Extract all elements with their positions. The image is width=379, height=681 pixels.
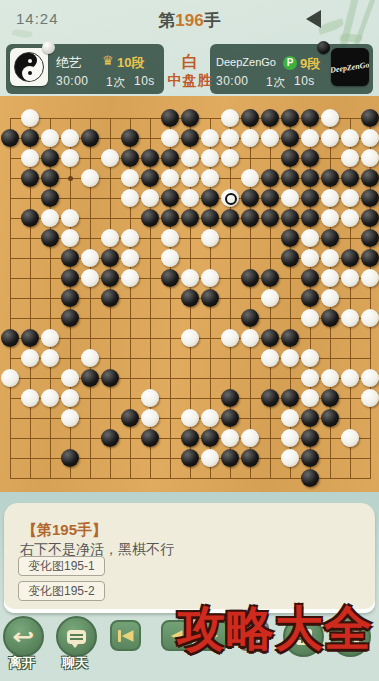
black-stone <box>261 109 279 127</box>
black-stone <box>201 189 219 207</box>
white-stone <box>241 429 259 447</box>
black-stone <box>341 169 359 187</box>
chat-button[interactable] <box>56 616 97 657</box>
white-stone <box>41 389 59 407</box>
leave-label: 离开 <box>9 654 35 672</box>
white-stone <box>181 409 199 427</box>
white-stone <box>81 169 99 187</box>
player-right-main-time: 30:00 <box>216 74 249 88</box>
black-stone <box>301 449 319 467</box>
result-color: 白 <box>164 52 216 73</box>
white-stone <box>321 189 339 207</box>
black-stone <box>241 269 259 287</box>
comment-title: 【第195手】 <box>22 521 107 540</box>
black-stone <box>261 189 279 207</box>
black-stone <box>281 329 299 347</box>
deepzengo-logo: DeepZenGo <box>331 60 369 74</box>
player-left-name: 绝艺 <box>56 54 82 72</box>
avatar-left-yinyang <box>10 48 48 86</box>
white-stone <box>21 389 39 407</box>
white-stone <box>141 189 159 207</box>
white-stone <box>341 129 359 147</box>
player-left-period-time: 10s <box>134 74 155 88</box>
black-stone <box>241 189 259 207</box>
black-stone <box>341 249 359 267</box>
black-stone <box>221 409 239 427</box>
black-stone <box>301 409 319 427</box>
black-stone <box>61 269 79 287</box>
chat-bubble-icon <box>67 630 86 644</box>
player-right-periods: 1次 <box>266 74 286 91</box>
white-stone <box>61 229 79 247</box>
white-stone <box>261 289 279 307</box>
white-stone <box>341 309 359 327</box>
white-stone <box>181 149 199 167</box>
white-stone <box>321 109 339 127</box>
black-stone <box>161 209 179 227</box>
black-stone <box>301 269 319 287</box>
black-stone <box>161 149 179 167</box>
white-stone <box>321 269 339 287</box>
black-stone <box>301 109 319 127</box>
leave-button[interactable]: ↩ <box>3 616 44 657</box>
black-stone <box>81 369 99 387</box>
black-stone <box>41 229 59 247</box>
white-stone <box>161 169 179 187</box>
player-right-period-time: 10s <box>294 74 315 88</box>
white-stone <box>301 369 319 387</box>
black-stone <box>161 109 179 127</box>
black-stone <box>101 249 119 267</box>
result-outcome: 中盘胜 <box>164 72 216 90</box>
back-arrow-icon: ↩ <box>12 624 34 649</box>
black-stone <box>261 329 279 347</box>
black-stone <box>321 389 339 407</box>
skip-to-start-button[interactable]: ◀ <box>110 620 141 651</box>
white-stone <box>221 429 239 447</box>
white-stone <box>361 269 379 287</box>
white-stone <box>221 149 239 167</box>
variation-button-1[interactable]: 变化图195-1 <box>18 556 105 576</box>
black-stone <box>181 209 199 227</box>
black-stone <box>21 329 39 347</box>
white-stone <box>21 349 39 367</box>
white-stone <box>81 349 99 367</box>
white-stone <box>181 329 199 347</box>
black-stone <box>261 389 279 407</box>
black-stone <box>101 289 119 307</box>
white-stone <box>101 229 119 247</box>
white-stone <box>201 409 219 427</box>
black-stone <box>221 449 239 467</box>
white-stone <box>41 129 59 147</box>
black-stone <box>301 149 319 167</box>
player-left-main-time: 30:00 <box>56 74 89 88</box>
white-stone <box>321 289 339 307</box>
white-stone <box>321 369 339 387</box>
black-stone <box>361 189 379 207</box>
white-stone <box>201 449 219 467</box>
black-stone <box>181 449 199 467</box>
white-stone <box>81 269 99 287</box>
page-title: 第196手 <box>0 9 379 32</box>
black-stone <box>161 269 179 287</box>
black-stone <box>301 429 319 447</box>
black-stone <box>261 269 279 287</box>
white-stone <box>161 249 179 267</box>
watermark: 攻略大全 <box>177 597 373 661</box>
black-stone <box>281 209 299 227</box>
white-stone <box>341 189 359 207</box>
white-stone <box>1 369 19 387</box>
black-stone <box>1 129 19 147</box>
black-stone <box>61 449 79 467</box>
white-stone <box>341 209 359 227</box>
black-stone <box>221 209 239 227</box>
black-stone <box>281 249 299 267</box>
player-right-name: DeepZenGo <box>216 56 276 68</box>
white-stone <box>141 389 159 407</box>
white-stone <box>361 149 379 167</box>
app-screen: 14:24 第196手 绝艺 ♛ 10段 30:00 1次 10s 白 中盘胜 … <box>0 0 379 681</box>
white-stone <box>121 269 139 287</box>
black-stone <box>141 429 159 447</box>
black-stone <box>301 209 319 227</box>
black-stone-indicator-icon <box>317 41 330 54</box>
white-stone <box>361 309 379 327</box>
black-stone <box>321 409 339 427</box>
white-stone <box>301 129 319 147</box>
first-move-icon: ◀ <box>122 628 134 643</box>
black-stone <box>141 149 159 167</box>
black-stone <box>41 189 59 207</box>
white-stone <box>121 229 139 247</box>
black-stone <box>241 309 259 327</box>
player-left-rank: 10段 <box>117 54 144 72</box>
black-stone <box>61 309 79 327</box>
black-stone <box>241 449 259 467</box>
black-stone <box>141 169 159 187</box>
black-stone <box>301 189 319 207</box>
black-stone <box>21 169 39 187</box>
white-stone <box>361 129 379 147</box>
white-stone <box>241 169 259 187</box>
white-stone <box>321 129 339 147</box>
black-stone <box>321 169 339 187</box>
black-stone <box>281 389 299 407</box>
player-left-periods: 1次 <box>106 74 126 91</box>
black-stone <box>361 109 379 127</box>
black-stone <box>281 149 299 167</box>
white-stone <box>221 129 239 147</box>
black-stone <box>221 389 239 407</box>
white-stone <box>161 229 179 247</box>
p-badge-icon: P <box>283 56 297 70</box>
white-stone <box>121 249 139 267</box>
black-stone <box>361 209 379 227</box>
white-stone <box>321 209 339 227</box>
black-stone <box>281 229 299 247</box>
white-stone <box>321 249 339 267</box>
black-stone <box>121 409 139 427</box>
black-stone <box>241 209 259 227</box>
black-stone <box>101 269 119 287</box>
white-stone <box>301 229 319 247</box>
black-stone <box>101 369 119 387</box>
white-stone <box>301 389 319 407</box>
black-stone <box>201 429 219 447</box>
white-stone <box>201 169 219 187</box>
black-stone <box>281 169 299 187</box>
white-stone <box>61 389 79 407</box>
white-stone <box>341 149 359 167</box>
black-stone <box>181 289 199 307</box>
white-stone <box>301 349 319 367</box>
white-stone <box>101 149 119 167</box>
black-stone <box>101 429 119 447</box>
black-stone <box>141 209 159 227</box>
white-stone <box>21 109 39 127</box>
white-stone <box>41 349 59 367</box>
black-stone <box>21 129 39 147</box>
white-stone <box>301 249 319 267</box>
black-stone <box>321 229 339 247</box>
white-stone <box>281 189 299 207</box>
black-stone <box>61 289 79 307</box>
black-stone <box>301 289 319 307</box>
go-board[interactable] <box>0 96 379 492</box>
black-stone <box>241 109 259 127</box>
white-stone <box>341 369 359 387</box>
black-stone <box>361 229 379 247</box>
star-point <box>68 176 73 181</box>
white-stone <box>261 349 279 367</box>
white-stone <box>201 269 219 287</box>
white-stone <box>341 429 359 447</box>
white-stone <box>181 169 199 187</box>
white-stone <box>181 189 199 207</box>
white-stone-indicator-icon <box>42 41 55 54</box>
black-stone <box>201 289 219 307</box>
white-stone <box>201 149 219 167</box>
white-stone <box>61 209 79 227</box>
white-stone <box>301 309 319 327</box>
black-stone <box>301 469 319 487</box>
black-stone <box>281 109 299 127</box>
white-stone <box>61 369 79 387</box>
white-stone <box>241 129 259 147</box>
last-move-marked-stone <box>221 189 239 207</box>
black-stone <box>361 249 379 267</box>
white-stone <box>41 329 59 347</box>
white-stone <box>201 229 219 247</box>
black-stone <box>161 189 179 207</box>
white-stone <box>121 169 139 187</box>
black-stone <box>301 169 319 187</box>
white-stone <box>61 409 79 427</box>
black-stone <box>41 169 59 187</box>
white-stone <box>61 129 79 147</box>
black-stone <box>181 109 199 127</box>
variation-button-2[interactable]: 变化图195-2 <box>18 581 105 601</box>
black-stone <box>121 149 139 167</box>
black-stone <box>61 249 79 267</box>
black-stone <box>81 129 99 147</box>
move-number: 196 <box>175 11 203 30</box>
black-stone <box>361 169 379 187</box>
board-grid <box>10 118 371 479</box>
black-stone <box>181 429 199 447</box>
white-stone <box>361 389 379 407</box>
black-stone <box>41 149 59 167</box>
collapse-triangle-icon[interactable] <box>306 10 321 28</box>
white-stone <box>181 269 199 287</box>
black-stone <box>261 169 279 187</box>
white-stone <box>341 269 359 287</box>
white-stone <box>221 109 239 127</box>
black-stone <box>121 129 139 147</box>
white-stone <box>281 449 299 467</box>
black-stone <box>21 209 39 227</box>
white-stone <box>41 209 59 227</box>
black-stone <box>261 209 279 227</box>
white-stone <box>261 129 279 147</box>
white-stone <box>121 189 139 207</box>
white-stone <box>281 429 299 447</box>
white-stone <box>221 329 239 347</box>
crown-icon: ♛ <box>102 53 114 68</box>
white-stone <box>281 349 299 367</box>
white-stone <box>21 149 39 167</box>
white-stone <box>161 129 179 147</box>
black-stone <box>321 309 339 327</box>
white-stone <box>281 409 299 427</box>
white-stone <box>361 369 379 387</box>
chat-label: 聊天 <box>62 654 88 672</box>
black-stone <box>181 129 199 147</box>
white-stone <box>201 129 219 147</box>
white-stone <box>241 329 259 347</box>
white-stone <box>81 249 99 267</box>
player-right-rank: 9段 <box>300 55 320 73</box>
avatar-right-logo: DeepZenGo <box>331 48 369 86</box>
white-stone <box>61 149 79 167</box>
yinyang-icon <box>14 52 44 82</box>
white-stone <box>141 409 159 427</box>
black-stone <box>201 209 219 227</box>
black-stone <box>281 129 299 147</box>
black-stone <box>1 329 19 347</box>
